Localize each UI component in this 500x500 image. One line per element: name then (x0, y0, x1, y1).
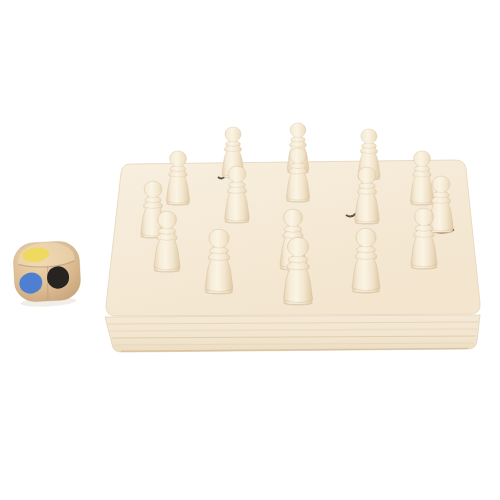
scene (0, 0, 500, 500)
board-front-edge (105, 315, 480, 352)
product-photo (0, 0, 500, 500)
